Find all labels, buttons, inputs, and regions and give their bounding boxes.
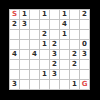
grid-cell[interactable]: 1	[60, 30, 69, 39]
grid-cell[interactable]: 2	[70, 50, 79, 59]
grid-cell[interactable]	[60, 80, 69, 89]
grid-cell[interactable]	[30, 80, 39, 89]
grid-cell[interactable]: 4	[10, 50, 19, 59]
grid-cell[interactable]	[60, 60, 69, 69]
grid-cell[interactable]: 3	[10, 80, 19, 89]
grid-cell[interactable]	[20, 60, 29, 69]
grid-cell[interactable]	[80, 70, 89, 79]
grid-cell[interactable]: 3	[80, 50, 89, 59]
grid-cell[interactable]	[70, 70, 79, 79]
grid-cell[interactable]	[10, 60, 19, 69]
grid-cell[interactable]	[10, 40, 19, 49]
grid-cell[interactable]	[10, 30, 19, 39]
grid-cell[interactable]: 1	[40, 70, 49, 79]
grid-cell[interactable]: 1	[40, 40, 49, 49]
grid-cell[interactable]: 2	[40, 30, 49, 39]
grid-cell[interactable]	[30, 70, 39, 79]
grid-cell[interactable]: 1	[70, 80, 79, 89]
goal-cell[interactable]: G	[80, 80, 89, 89]
start-cell[interactable]: S	[10, 10, 19, 19]
grid-cell[interactable]	[60, 40, 69, 49]
grid-cell[interactable]: 2	[70, 60, 79, 69]
grid-cell[interactable]	[30, 30, 39, 39]
grid-cell[interactable]	[80, 60, 89, 69]
grid-cell[interactable]: 4	[60, 20, 69, 29]
grid-cell[interactable]	[70, 40, 79, 49]
grid-cell[interactable]: 0	[80, 40, 89, 49]
grid-cell[interactable]	[50, 30, 59, 39]
grid-cell[interactable]: 3	[50, 70, 59, 79]
grid-cell[interactable]	[40, 20, 49, 29]
grid-cell[interactable]: 2	[50, 40, 59, 49]
grid-cell[interactable]: 2	[50, 60, 59, 69]
grid-cell[interactable]: 1	[20, 10, 29, 19]
grid-cell[interactable]	[20, 40, 29, 49]
grid-cell[interactable]: 1	[40, 10, 49, 19]
grid-cell[interactable]	[70, 20, 79, 29]
grid-cell[interactable]	[60, 70, 69, 79]
grid-cell[interactable]	[30, 20, 39, 29]
grid-cell[interactable]: 2	[10, 20, 19, 29]
grid-cell[interactable]	[30, 40, 39, 49]
grid-cell[interactable]	[40, 60, 49, 69]
grid-cell[interactable]	[20, 80, 29, 89]
grid-cell[interactable]: 4	[30, 50, 39, 59]
grid-cell[interactable]	[20, 30, 29, 39]
grid-cell[interactable]	[30, 10, 39, 19]
grid-cell[interactable]	[60, 50, 69, 59]
grid-cell[interactable]	[80, 30, 89, 39]
grid-cell[interactable]	[40, 50, 49, 59]
grid-cell[interactable]: 3	[20, 20, 29, 29]
grid-cell[interactable]	[20, 50, 29, 59]
grid-cell[interactable]: 2	[80, 10, 89, 19]
grid-cell[interactable]	[70, 30, 79, 39]
grid-cell[interactable]	[70, 10, 79, 19]
grid-cell[interactable]	[50, 20, 59, 29]
puzzle-grid: S11122342112044323221331G	[9, 9, 90, 90]
grid-cell[interactable]	[10, 70, 19, 79]
grid-cell[interactable]: 1	[60, 10, 69, 19]
grid-cell[interactable]	[40, 80, 49, 89]
grid-cell[interactable]	[30, 60, 39, 69]
grid-cell[interactable]	[50, 10, 59, 19]
grid-cell[interactable]	[20, 70, 29, 79]
grid-cell[interactable]: 3	[50, 50, 59, 59]
grid-cell[interactable]	[80, 20, 89, 29]
grid-cell[interactable]	[50, 80, 59, 89]
